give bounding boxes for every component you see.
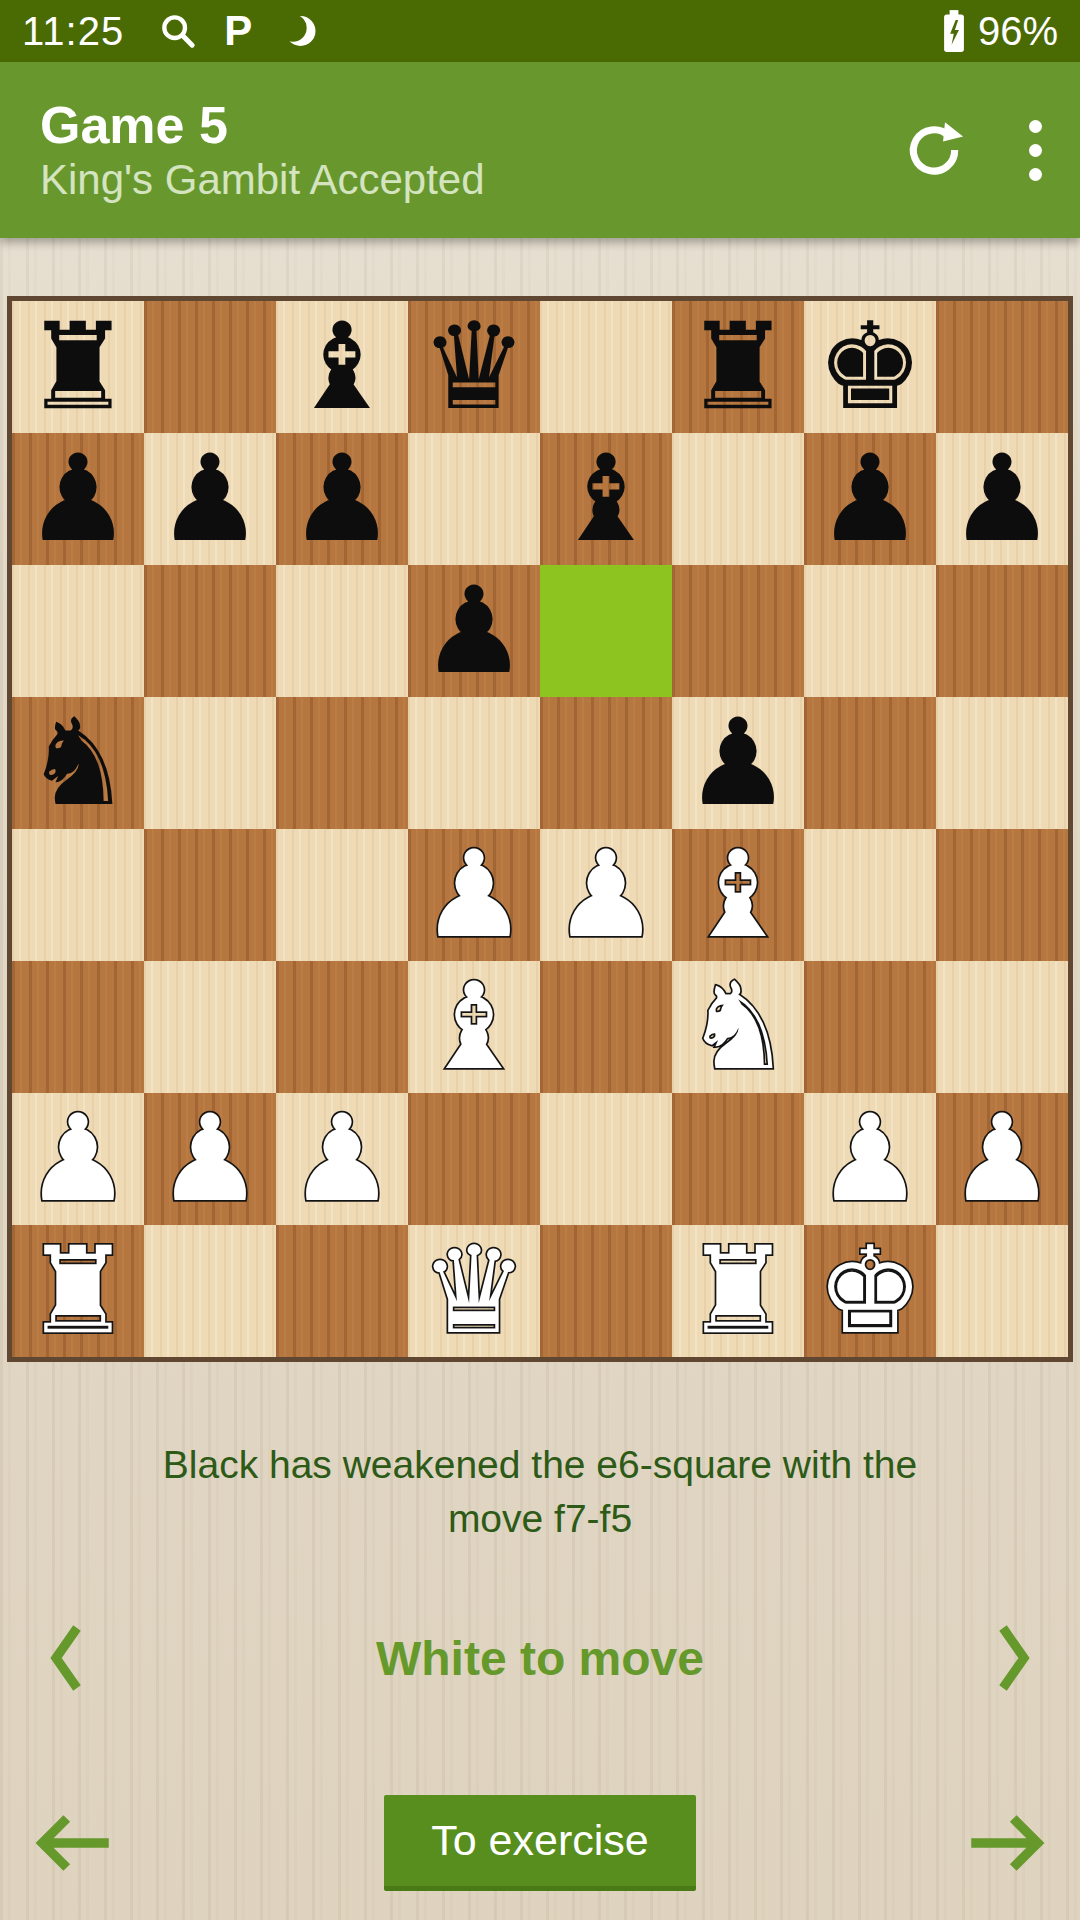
black-pawn-f5: ♟ <box>684 697 792 829</box>
next-game-arrow[interactable] <box>966 1801 1050 1885</box>
square-a8[interactable]: ♜ <box>12 301 144 433</box>
square-h3[interactable] <box>936 961 1068 1093</box>
white-pawn-a2: ♟ <box>24 1093 132 1225</box>
square-f4[interactable]: ♝ <box>672 829 804 961</box>
white-pawn-g2: ♟ <box>816 1093 924 1225</box>
square-b3[interactable] <box>144 961 276 1093</box>
square-g3[interactable] <box>804 961 936 1093</box>
square-b2[interactable]: ♟ <box>144 1093 276 1225</box>
white-rook-f1: ♜ <box>684 1225 792 1357</box>
square-h5[interactable] <box>936 697 1068 829</box>
white-king-g1: ♚ <box>816 1225 924 1357</box>
square-b8[interactable] <box>144 301 276 433</box>
black-knight-a5: ♞ <box>24 697 132 829</box>
square-e2[interactable] <box>540 1093 672 1225</box>
square-b5[interactable] <box>144 697 276 829</box>
square-c8[interactable]: ♝ <box>276 301 408 433</box>
app-bar: Game 5 King's Gambit Accepted <box>0 62 1080 238</box>
square-c3[interactable] <box>276 961 408 1093</box>
square-h2[interactable]: ♟ <box>936 1093 1068 1225</box>
do-not-disturb-moon-icon <box>278 11 318 51</box>
black-pawn-g7: ♟ <box>816 433 924 565</box>
status-time: 11:25 <box>22 9 124 54</box>
black-king-g8: ♚ <box>816 301 924 433</box>
refresh-icon[interactable] <box>903 119 965 181</box>
black-bishop-c8: ♝ <box>288 301 396 433</box>
overflow-menu-icon[interactable] <box>1019 114 1052 187</box>
square-c7[interactable]: ♟ <box>276 433 408 565</box>
square-g4[interactable] <box>804 829 936 961</box>
next-move-chevron[interactable] <box>988 1621 1036 1695</box>
square-d8[interactable]: ♛ <box>408 301 540 433</box>
square-f2[interactable] <box>672 1093 804 1225</box>
square-d2[interactable] <box>408 1093 540 1225</box>
black-rook-f8: ♜ <box>684 301 792 433</box>
square-c2[interactable]: ♟ <box>276 1093 408 1225</box>
battery-percent: 96% <box>978 9 1058 54</box>
page-subtitle: King's Gambit Accepted <box>40 159 485 201</box>
square-b6[interactable] <box>144 565 276 697</box>
square-c6[interactable] <box>276 565 408 697</box>
square-h7[interactable]: ♟ <box>936 433 1068 565</box>
square-d7[interactable] <box>408 433 540 565</box>
white-bishop-f4: ♝ <box>684 829 792 961</box>
black-bishop-e7: ♝ <box>552 433 660 565</box>
square-a7[interactable]: ♟ <box>12 433 144 565</box>
turn-indicator: White to move <box>92 1631 988 1686</box>
status-bar: 11:25 P 96% <box>0 0 1080 62</box>
pushbullet-p-icon: P <box>224 7 252 55</box>
square-g5[interactable] <box>804 697 936 829</box>
square-g8[interactable]: ♚ <box>804 301 936 433</box>
page-title: Game 5 <box>40 99 485 151</box>
square-f1[interactable]: ♜ <box>672 1225 804 1357</box>
square-h4[interactable] <box>936 829 1068 961</box>
screen: 11:25 P 96% <box>0 0 1080 1920</box>
lesson-caption: Black has weakened the e6-square with th… <box>0 1438 1080 1546</box>
white-pawn-d4: ♟ <box>420 829 528 961</box>
square-e4[interactable]: ♟ <box>540 829 672 961</box>
square-f8[interactable]: ♜ <box>672 301 804 433</box>
previous-game-arrow[interactable] <box>30 1801 114 1885</box>
square-f7[interactable] <box>672 433 804 565</box>
white-bishop-d3: ♝ <box>420 961 528 1093</box>
move-navigation-row: White to move <box>0 1608 1080 1708</box>
white-pawn-c2: ♟ <box>288 1093 396 1225</box>
square-f3[interactable]: ♞ <box>672 961 804 1093</box>
black-queen-d8: ♛ <box>420 301 528 433</box>
square-a5[interactable]: ♞ <box>12 697 144 829</box>
black-pawn-d6: ♟ <box>420 565 528 697</box>
square-a4[interactable] <box>12 829 144 961</box>
square-b4[interactable] <box>144 829 276 961</box>
black-pawn-c7: ♟ <box>288 433 396 565</box>
square-h6[interactable] <box>936 565 1068 697</box>
black-pawn-h7: ♟ <box>948 433 1056 565</box>
white-queen-d1: ♛ <box>420 1225 528 1357</box>
square-a3[interactable] <box>12 961 144 1093</box>
white-pawn-h2: ♟ <box>948 1093 1056 1225</box>
black-pawn-a7: ♟ <box>24 433 132 565</box>
square-f6[interactable] <box>672 565 804 697</box>
square-c4[interactable] <box>276 829 408 961</box>
to-exercise-button[interactable]: To exercise <box>384 1795 696 1891</box>
square-a6[interactable] <box>12 565 144 697</box>
square-e8[interactable] <box>540 301 672 433</box>
square-b1[interactable] <box>144 1225 276 1357</box>
square-d4[interactable]: ♟ <box>408 829 540 961</box>
white-pawn-e4: ♟ <box>552 829 660 961</box>
square-d5[interactable] <box>408 697 540 829</box>
square-e5[interactable] <box>540 697 672 829</box>
square-g7[interactable]: ♟ <box>804 433 936 565</box>
square-d1[interactable]: ♛ <box>408 1225 540 1357</box>
search-icon <box>158 11 198 51</box>
square-g2[interactable]: ♟ <box>804 1093 936 1225</box>
bottom-navigation-row: To exercise <box>0 1780 1080 1906</box>
white-pawn-b2: ♟ <box>156 1093 264 1225</box>
square-a1[interactable]: ♜ <box>12 1225 144 1357</box>
square-c1[interactable] <box>276 1225 408 1357</box>
square-d3[interactable]: ♝ <box>408 961 540 1093</box>
square-e7[interactable]: ♝ <box>540 433 672 565</box>
square-g1[interactable]: ♚ <box>804 1225 936 1357</box>
square-e1[interactable] <box>540 1225 672 1357</box>
square-h8[interactable] <box>936 301 1068 433</box>
battery-charging-icon <box>940 9 968 53</box>
square-h1[interactable] <box>936 1225 1068 1357</box>
chess-board: ♜♝♛♜♚♟♟♟♝♟♟♟♞♟♟♟♝♝♞♟♟♟♟♟♜♛♜♚ <box>7 296 1073 1362</box>
square-f5[interactable]: ♟ <box>672 697 804 829</box>
square-e3[interactable] <box>540 961 672 1093</box>
black-rook-a8: ♜ <box>24 301 132 433</box>
black-pawn-b7: ♟ <box>156 433 264 565</box>
caption-line-2: move f7-f5 <box>0 1492 1080 1546</box>
caption-line-1: Black has weakened the e6-square with th… <box>0 1438 1080 1492</box>
square-d6[interactable]: ♟ <box>408 565 540 697</box>
white-knight-f3: ♞ <box>684 961 792 1093</box>
white-rook-a1: ♜ <box>24 1225 132 1357</box>
previous-move-chevron[interactable] <box>44 1621 92 1695</box>
square-e6[interactable] <box>540 565 672 697</box>
square-a2[interactable]: ♟ <box>12 1093 144 1225</box>
square-c5[interactable] <box>276 697 408 829</box>
square-g6[interactable] <box>804 565 936 697</box>
square-b7[interactable]: ♟ <box>144 433 276 565</box>
